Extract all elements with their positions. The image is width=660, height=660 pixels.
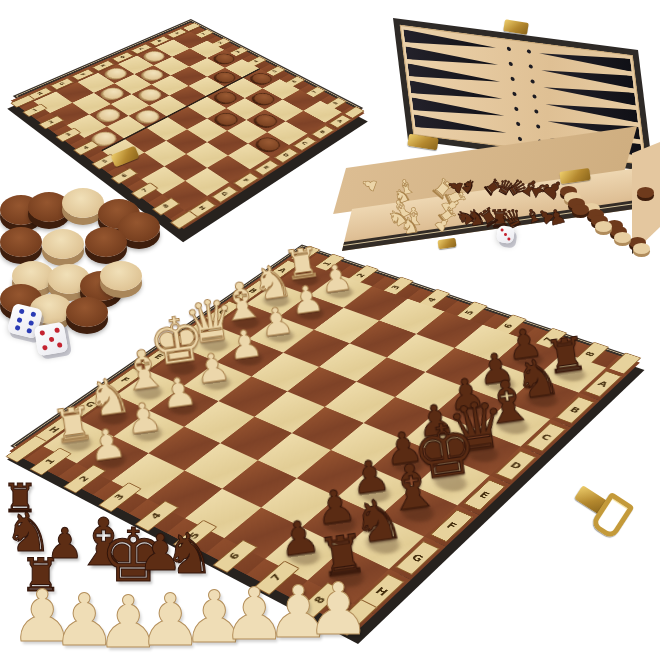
coordinate-chip: 1 <box>29 448 71 476</box>
dark-knight[interactable]: ♞ <box>164 526 214 582</box>
white-pawn[interactable]: ♟ <box>257 301 295 343</box>
coordinate-chip: 7 <box>131 182 159 199</box>
coordinate-label: A <box>174 31 181 34</box>
die-pip <box>48 336 54 342</box>
coordinate-label: 6 <box>291 80 298 84</box>
coordinate-label: E <box>100 64 107 67</box>
coordinate-label: 3 <box>113 493 127 502</box>
coordinate-label: E <box>478 490 492 500</box>
tray-checker-disc <box>614 232 631 243</box>
coordinate-label: 2 <box>48 120 55 124</box>
center-dot <box>516 122 520 127</box>
die-pip <box>14 325 20 331</box>
center-dot <box>514 107 518 112</box>
coordinate-label: 5 <box>464 309 477 315</box>
coordinate-label: B <box>319 129 327 134</box>
coordinate-label: 3 <box>390 284 402 290</box>
center-dot <box>507 47 511 52</box>
backgammon-point <box>414 114 508 139</box>
coordinate-label: 2 <box>78 475 91 483</box>
coordinate-label: D <box>119 55 126 59</box>
center-dot <box>510 77 514 82</box>
coordinate-label: B <box>568 406 582 415</box>
die-pip <box>28 319 34 325</box>
coordinate-label: 4 <box>83 146 91 151</box>
white-pawn[interactable]: ♟ <box>86 421 128 467</box>
coordinate-label: A <box>596 380 610 388</box>
light-checker-disc[interactable] <box>98 86 127 102</box>
coordinate-label: F <box>80 73 87 77</box>
coordinate-label: 1 <box>31 108 38 112</box>
center-dot <box>527 49 531 54</box>
tray-checker-disc <box>572 204 589 215</box>
coordinate-label: 1 <box>44 457 57 465</box>
coordinate-label: G <box>58 82 66 86</box>
coordinate-label: 6 <box>120 173 128 178</box>
coordinate-label: 6 <box>228 551 243 561</box>
tray-checker-disc <box>595 221 612 232</box>
coordinate-chip: 6 <box>111 168 138 185</box>
die-pip <box>26 328 32 334</box>
die-pip <box>57 342 63 348</box>
coordinate-label: 2 <box>217 41 223 44</box>
center-dot <box>534 109 538 114</box>
die-red-pips[interactable] <box>34 322 69 357</box>
coordinate-chip: 1 <box>22 104 47 117</box>
coordinate-label: C <box>539 433 553 442</box>
backgammon-point <box>538 47 632 72</box>
light-checker-disc[interactable] <box>100 261 142 291</box>
coordinate-label: C <box>138 47 145 50</box>
coordinate-label: B <box>156 39 163 42</box>
coordinate-chip: 6 <box>213 540 258 573</box>
coordinate-label: 3 <box>65 133 72 138</box>
die-pip <box>18 308 24 314</box>
center-dot <box>512 92 516 97</box>
coordinate-label: F <box>242 178 250 183</box>
coordinate-label: D <box>282 152 290 157</box>
center-dot <box>518 137 522 142</box>
coordinate-label: 3 <box>235 50 242 53</box>
coordinate-label: H <box>374 586 391 598</box>
dark-checker-disc[interactable] <box>0 227 42 257</box>
coordinate-label: 7 <box>311 90 318 94</box>
coordinate-label: G <box>410 552 426 563</box>
coordinate-label: 5 <box>272 70 279 74</box>
white-pawn[interactable]: ♟ <box>193 346 233 389</box>
product-photo-scene: 12345678AABBCCDDEEFFGGHH12345678 ♟♝♜♞♟♝♜… <box>0 0 660 660</box>
coordinate-label: 1 <box>201 32 207 35</box>
center-dot <box>509 62 513 67</box>
light-pawn[interactable]: ♟ <box>306 573 371 645</box>
center-dot <box>530 79 534 84</box>
die-pip <box>54 327 60 333</box>
board-square[interactable] <box>187 119 227 143</box>
die-pip <box>30 311 36 317</box>
coordinate-label: 7 <box>141 188 149 194</box>
coordinate-label: 4 <box>253 60 260 63</box>
center-dot <box>536 124 540 129</box>
center-dot <box>529 64 533 69</box>
coordinate-label: 8 <box>332 101 339 105</box>
coordinate-label: 2 <box>356 273 368 279</box>
white-pawn[interactable]: ♟ <box>159 370 200 414</box>
dark-checker-disc[interactable] <box>66 297 108 327</box>
coordinate-label: E <box>263 165 271 170</box>
coordinate-label: A <box>336 119 344 123</box>
tray-checker-disc <box>637 187 654 198</box>
die-pip <box>42 345 48 351</box>
board-square[interactable] <box>184 401 254 443</box>
center-dot <box>532 94 536 99</box>
coordinate-label: 4 <box>426 297 438 303</box>
die-pip <box>16 317 22 323</box>
coordinate-label: H <box>36 91 44 95</box>
coordinate-label: 5 <box>101 159 109 164</box>
dark-checker-disc[interactable] <box>85 227 127 257</box>
light-checker-disc[interactable] <box>42 229 84 259</box>
coordinate-label: D <box>509 461 524 471</box>
tray-checker-disc <box>633 243 650 254</box>
coordinate-label: F <box>445 521 459 531</box>
coordinate-label: C <box>301 141 309 146</box>
coordinate-chip: 2 <box>63 465 106 494</box>
die-pip <box>39 330 45 336</box>
